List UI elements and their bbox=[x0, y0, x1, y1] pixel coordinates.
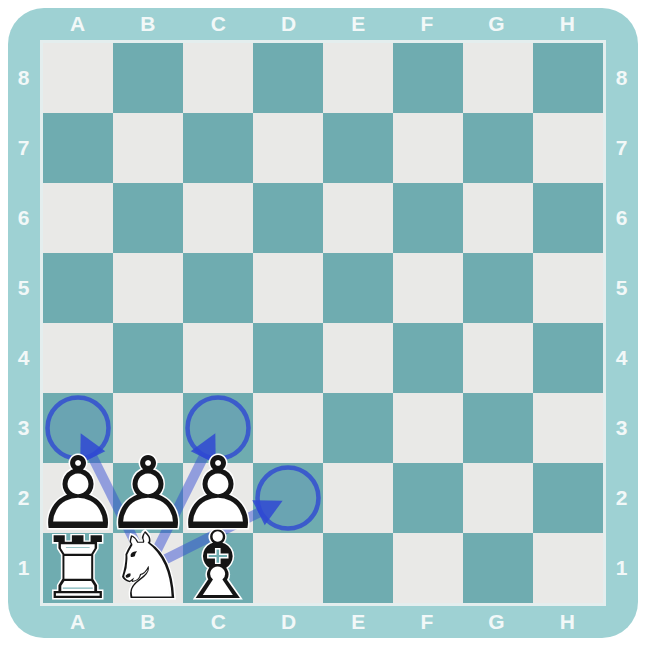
square-e4[interactable] bbox=[323, 323, 393, 393]
file-label-b: B bbox=[113, 606, 183, 638]
rank-label-3: 3 bbox=[8, 393, 40, 463]
rank-label-8: 8 bbox=[606, 43, 638, 113]
square-d1[interactable] bbox=[253, 533, 323, 603]
rank-label-3: 3 bbox=[606, 393, 638, 463]
square-f1[interactable] bbox=[393, 533, 463, 603]
square-d2[interactable] bbox=[253, 463, 323, 533]
square-f4[interactable] bbox=[393, 323, 463, 393]
file-label-h: H bbox=[533, 8, 603, 40]
square-f2[interactable] bbox=[393, 463, 463, 533]
rank-label-6: 6 bbox=[606, 183, 638, 253]
square-h7[interactable] bbox=[533, 113, 603, 183]
square-e8[interactable] bbox=[323, 43, 393, 113]
square-b7[interactable] bbox=[113, 113, 183, 183]
square-g2[interactable] bbox=[463, 463, 533, 533]
square-b6[interactable] bbox=[113, 183, 183, 253]
square-d5[interactable] bbox=[253, 253, 323, 323]
square-h3[interactable] bbox=[533, 393, 603, 463]
square-c6[interactable] bbox=[183, 183, 253, 253]
file-label-f: F bbox=[393, 8, 461, 40]
square-c4[interactable] bbox=[183, 323, 253, 393]
rank-label-4: 4 bbox=[606, 323, 638, 393]
square-g7[interactable] bbox=[463, 113, 533, 183]
square-h5[interactable] bbox=[533, 253, 603, 323]
square-g4[interactable] bbox=[463, 323, 533, 393]
rank-label-2: 2 bbox=[606, 463, 638, 533]
file-label-d: D bbox=[254, 8, 324, 40]
square-f5[interactable] bbox=[393, 253, 463, 323]
square-b4[interactable] bbox=[113, 323, 183, 393]
file-label-b: B bbox=[113, 8, 183, 40]
file-label-g: G bbox=[461, 606, 532, 638]
rank-labels-left: 87654321 bbox=[8, 43, 40, 603]
square-c1[interactable] bbox=[183, 533, 253, 603]
square-c2[interactable] bbox=[183, 463, 253, 533]
square-f6[interactable] bbox=[393, 183, 463, 253]
square-b3[interactable] bbox=[113, 393, 183, 463]
square-f8[interactable] bbox=[393, 43, 463, 113]
file-labels-top: ABCDEFGH bbox=[43, 8, 603, 40]
square-a7[interactable] bbox=[43, 113, 113, 183]
file-label-a: A bbox=[43, 606, 113, 638]
square-d8[interactable] bbox=[253, 43, 323, 113]
square-c3[interactable] bbox=[183, 393, 253, 463]
square-e3[interactable] bbox=[323, 393, 393, 463]
square-h2[interactable] bbox=[533, 463, 603, 533]
square-e6[interactable] bbox=[323, 183, 393, 253]
square-g6[interactable] bbox=[463, 183, 533, 253]
rank-label-5: 5 bbox=[606, 253, 638, 323]
chessboard[interactable] bbox=[43, 43, 603, 603]
file-label-a: A bbox=[43, 8, 113, 40]
square-c5[interactable] bbox=[183, 253, 253, 323]
square-a8[interactable] bbox=[43, 43, 113, 113]
square-d4[interactable] bbox=[253, 323, 323, 393]
rank-label-6: 6 bbox=[8, 183, 40, 253]
rank-label-2: 2 bbox=[8, 463, 40, 533]
square-b1[interactable] bbox=[113, 533, 183, 603]
file-label-d: D bbox=[254, 606, 324, 638]
square-h6[interactable] bbox=[533, 183, 603, 253]
chess-lesson-page: ABCDEFGH ABCDEFGH 87654321 87654321 ♜♖♞♘… bbox=[0, 0, 646, 646]
square-e1[interactable] bbox=[323, 533, 393, 603]
square-a5[interactable] bbox=[43, 253, 113, 323]
square-d3[interactable] bbox=[253, 393, 323, 463]
square-f3[interactable] bbox=[393, 393, 463, 463]
file-label-e: E bbox=[324, 606, 393, 638]
file-label-c: C bbox=[184, 8, 254, 40]
square-d7[interactable] bbox=[253, 113, 323, 183]
file-label-h: H bbox=[533, 606, 603, 638]
file-labels-bottom: ABCDEFGH bbox=[43, 606, 603, 638]
rank-label-4: 4 bbox=[8, 323, 40, 393]
square-f7[interactable] bbox=[393, 113, 463, 183]
rank-label-8: 8 bbox=[8, 43, 40, 113]
square-g3[interactable] bbox=[463, 393, 533, 463]
square-b8[interactable] bbox=[113, 43, 183, 113]
square-b2[interactable] bbox=[113, 463, 183, 533]
square-a2[interactable] bbox=[43, 463, 113, 533]
rank-label-1: 1 bbox=[8, 533, 40, 603]
file-label-e: E bbox=[324, 8, 393, 40]
rank-label-1: 1 bbox=[606, 533, 638, 603]
square-e2[interactable] bbox=[323, 463, 393, 533]
square-b5[interactable] bbox=[113, 253, 183, 323]
file-label-f: F bbox=[393, 606, 461, 638]
square-h4[interactable] bbox=[533, 323, 603, 393]
rank-label-5: 5 bbox=[8, 253, 40, 323]
square-h8[interactable] bbox=[533, 43, 603, 113]
square-g1[interactable] bbox=[463, 533, 533, 603]
square-d6[interactable] bbox=[253, 183, 323, 253]
square-c8[interactable] bbox=[183, 43, 253, 113]
rank-label-7: 7 bbox=[8, 113, 40, 183]
square-a3[interactable] bbox=[43, 393, 113, 463]
square-a6[interactable] bbox=[43, 183, 113, 253]
rank-label-7: 7 bbox=[606, 113, 638, 183]
square-a4[interactable] bbox=[43, 323, 113, 393]
square-g5[interactable] bbox=[463, 253, 533, 323]
rank-labels-right: 87654321 bbox=[606, 43, 638, 603]
square-e7[interactable] bbox=[323, 113, 393, 183]
square-g8[interactable] bbox=[463, 43, 533, 113]
file-label-g: G bbox=[461, 8, 532, 40]
square-h1[interactable] bbox=[533, 533, 603, 603]
square-e5[interactable] bbox=[323, 253, 393, 323]
square-c7[interactable] bbox=[183, 113, 253, 183]
square-a1[interactable] bbox=[43, 533, 113, 603]
file-label-c: C bbox=[184, 606, 254, 638]
